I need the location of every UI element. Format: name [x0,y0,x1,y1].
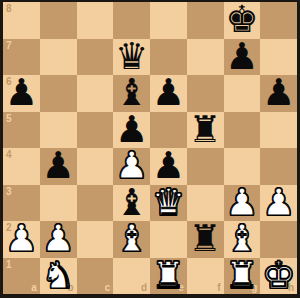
square-g1[interactable]: g♜ [224,258,261,295]
piece-white-pawn[interactable]: ♟ [225,185,258,222]
square-b8[interactable] [40,2,77,39]
square-b7[interactable] [40,39,77,76]
square-b4[interactable]: ♟ [40,148,77,185]
piece-white-pawn[interactable]: ♟ [5,221,38,258]
rank-label-7: 7 [6,41,12,51]
piece-white-pawn[interactable]: ♟ [262,185,295,222]
square-f6[interactable] [187,75,224,112]
square-d3[interactable]: ♝ [113,185,150,222]
square-f1[interactable]: f [187,258,224,295]
piece-black-queen[interactable]: ♛ [115,39,148,76]
square-e5[interactable] [150,112,187,149]
square-g6[interactable] [224,75,261,112]
square-h2[interactable] [260,221,297,258]
file-label-f: f [217,283,220,293]
piece-white-queen[interactable]: ♛ [152,185,185,222]
piece-white-rook[interactable]: ♜ [225,258,258,295]
piece-white-bishop[interactable]: ♝ [115,221,148,258]
square-e2[interactable] [150,221,187,258]
square-d1[interactable]: d [113,258,150,295]
piece-white-pawn[interactable]: ♟ [115,148,148,185]
square-f8[interactable] [187,2,224,39]
piece-black-pawn[interactable]: ♟ [262,75,295,112]
square-c6[interactable] [77,75,114,112]
square-a1[interactable]: 1a [3,258,40,295]
square-h7[interactable] [260,39,297,76]
rank-label-3: 3 [6,187,12,197]
piece-black-rook[interactable]: ♜ [189,221,222,258]
square-b3[interactable] [40,185,77,222]
square-e7[interactable] [150,39,187,76]
rank-label-8: 8 [6,4,12,14]
file-label-c: c [105,283,111,293]
piece-white-bishop[interactable]: ♝ [225,221,258,258]
square-d8[interactable] [113,2,150,39]
square-a4[interactable]: 4 [3,148,40,185]
square-d2[interactable]: ♝ [113,221,150,258]
square-h3[interactable]: ♟ [260,185,297,222]
rank-label-5: 5 [6,114,12,124]
square-d7[interactable]: ♛ [113,39,150,76]
piece-white-knight[interactable]: ♞ [42,258,75,295]
square-e3[interactable]: ♛ [150,185,187,222]
piece-black-pawn[interactable]: ♟ [152,75,185,112]
square-b2[interactable]: ♟ [40,221,77,258]
square-h1[interactable]: h♚ [260,258,297,295]
square-g3[interactable]: ♟ [224,185,261,222]
square-d4[interactable]: ♟ [113,148,150,185]
piece-white-pawn[interactable]: ♟ [42,221,75,258]
piece-white-king[interactable]: ♚ [262,258,295,295]
square-h4[interactable] [260,148,297,185]
piece-black-pawn[interactable]: ♟ [225,39,258,76]
piece-black-king[interactable]: ♚ [225,2,258,39]
square-d6[interactable]: ♝ [113,75,150,112]
square-c2[interactable] [77,221,114,258]
square-g5[interactable] [224,112,261,149]
square-b1[interactable]: b♞ [40,258,77,295]
piece-black-pawn[interactable]: ♟ [5,75,38,112]
piece-black-pawn[interactable]: ♟ [115,112,148,149]
square-a8[interactable]: 8 [3,2,40,39]
square-g7[interactable]: ♟ [224,39,261,76]
square-h6[interactable]: ♟ [260,75,297,112]
square-c8[interactable] [77,2,114,39]
square-f5[interactable]: ♜ [187,112,224,149]
piece-black-pawn[interactable]: ♟ [42,148,75,185]
square-f2[interactable]: ♜ [187,221,224,258]
square-f7[interactable] [187,39,224,76]
file-label-a: a [31,283,37,293]
square-a6[interactable]: 6♟ [3,75,40,112]
square-a5[interactable]: 5 [3,112,40,149]
square-b6[interactable] [40,75,77,112]
square-f3[interactable] [187,185,224,222]
square-a3[interactable]: 3 [3,185,40,222]
square-h5[interactable] [260,112,297,149]
square-a2[interactable]: 2♟ [3,221,40,258]
square-e8[interactable] [150,2,187,39]
square-g2[interactable]: ♝ [224,221,261,258]
square-f4[interactable] [187,148,224,185]
file-label-d: d [141,283,147,293]
rank-label-1: 1 [6,260,12,270]
square-a7[interactable]: 7 [3,39,40,76]
square-e1[interactable]: e♜ [150,258,187,295]
square-g8[interactable]: ♚ [224,2,261,39]
square-g4[interactable] [224,148,261,185]
piece-black-bishop[interactable]: ♝ [115,75,148,112]
piece-black-pawn[interactable]: ♟ [152,148,185,185]
square-c1[interactable]: c [77,258,114,295]
square-c4[interactable] [77,148,114,185]
square-c7[interactable] [77,39,114,76]
chess-board: 8♚7♛♟6♟♝♟♟5♟♜4♟♟♟3♝♛♟♟2♟♟♝♜♝1ab♞cde♜fg♜h… [3,2,297,294]
piece-black-rook[interactable]: ♜ [189,112,222,149]
square-c3[interactable] [77,185,114,222]
piece-white-rook[interactable]: ♜ [152,258,185,295]
square-e4[interactable]: ♟ [150,148,187,185]
rank-label-4: 4 [6,150,12,160]
square-h8[interactable] [260,2,297,39]
square-c5[interactable] [77,112,114,149]
square-d5[interactable]: ♟ [113,112,150,149]
chess-diagram: 8♚7♛♟6♟♝♟♟5♟♜4♟♟♟3♝♛♟♟2♟♟♝♜♝1ab♞cde♜fg♜h… [0,0,300,298]
square-b5[interactable] [40,112,77,149]
square-e6[interactable]: ♟ [150,75,187,112]
piece-black-bishop[interactable]: ♝ [115,185,148,222]
